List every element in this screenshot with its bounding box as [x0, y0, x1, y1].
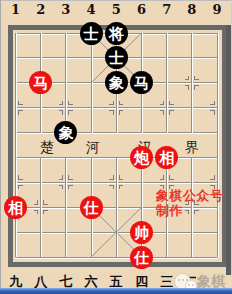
- piece-red-elephant[interactable]: 相: [4, 196, 27, 219]
- piece-red-advisor[interactable]: 仕: [80, 196, 103, 219]
- bottom-blue-bar: [0, 288, 232, 294]
- file-label-black-3: 3: [55, 2, 77, 17]
- window-edge-left: [0, 0, 1, 294]
- piece-red-cannon[interactable]: 炮: [130, 146, 153, 169]
- piece-black-advisor[interactable]: 士: [80, 22, 103, 45]
- watermark-text-line1: 象棋公众号: [156, 188, 224, 203]
- piece-red-general[interactable]: 帅: [130, 221, 153, 244]
- piece-black-general[interactable]: 将: [105, 22, 128, 45]
- file-label-black-7: 7: [156, 2, 178, 17]
- watermark-text-line2: 制作: [156, 203, 183, 218]
- piece-black-elephant[interactable]: 象: [105, 71, 128, 94]
- river-text-char: 楚: [39, 139, 55, 157]
- file-label-black-2: 2: [30, 2, 52, 17]
- river-text-char: 界: [184, 139, 200, 157]
- file-label-black-1: 1: [5, 2, 27, 17]
- window-edge-right-highlight: [231, 0, 232, 294]
- river-text-char: 河: [85, 139, 101, 157]
- file-label-black-9: 9: [206, 2, 228, 17]
- window-edge-top: [0, 0, 232, 1]
- xiangqi-app-window: 123456789 九八七六五四三二一 楚 河 汉 界 士将士象马象马炮相相仕帅…: [0, 0, 232, 294]
- file-label-black-5: 5: [105, 2, 127, 17]
- file-label-black-4: 4: [80, 2, 102, 17]
- file-label-black-6: 6: [131, 2, 153, 17]
- file-label-black-8: 8: [181, 2, 203, 17]
- piece-red-advisor[interactable]: 仕: [130, 246, 153, 269]
